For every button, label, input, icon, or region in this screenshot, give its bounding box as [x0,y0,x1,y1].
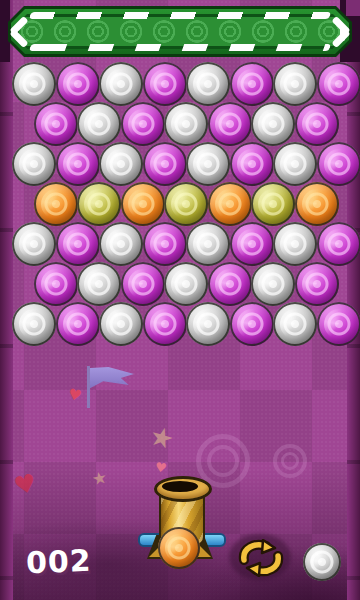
bubble-silver [12,142,56,186]
bubble-orange [34,182,78,226]
bubble-magenta [317,62,360,106]
cannon[interactable] [120,470,240,580]
game-stage: ♥ ♥ ♥ ★ ★ 002 [0,0,360,600]
bubble-silver [186,142,230,186]
bubble-magenta [143,142,187,186]
bubble-magenta [295,102,339,146]
bubble-magenta [56,142,100,186]
swap-arrows-icon [236,539,286,577]
bubble-silver [12,62,56,106]
bubble-magenta [230,62,274,106]
bubble-magenta [34,262,78,306]
bubble-silver [186,222,230,266]
bubble-orange [121,182,165,226]
bubble-silver [186,302,230,346]
bubble-magenta [230,142,274,186]
bubble-magenta [208,262,252,306]
bubble-silver [12,222,56,266]
bubble-magenta [56,62,100,106]
bubble-magenta [56,302,100,346]
bubble-magenta [56,222,100,266]
bubble-silver [99,142,143,186]
bubble-magenta [317,302,360,346]
loaded-bubble[interactable] [158,527,200,569]
bubble-magenta [208,102,252,146]
bubble-silver [164,262,208,306]
bubble-magenta [230,302,274,346]
bubble-silver [273,142,317,186]
bubble-silver [77,102,121,146]
bubble-magenta [230,222,274,266]
bubble-magenta [143,62,187,106]
bubble-orange [208,182,252,226]
bubble-magenta [317,142,360,186]
score: 002 [25,543,92,580]
bubble-magenta [317,222,360,266]
next-bubble[interactable] [303,543,341,581]
bubble-magenta [295,262,339,306]
bubble-silver [273,302,317,346]
bubble-magenta [34,102,78,146]
bubble-silver [273,62,317,106]
bubble-yellow-olive [77,182,121,226]
bubble-silver [12,302,56,346]
bubble-silver [77,262,121,306]
bubble-silver [99,62,143,106]
bubble-silver [251,262,295,306]
bubble-yellow-olive [251,182,295,226]
bubble-silver [186,62,230,106]
bubble-yellow-olive [164,182,208,226]
bubble-magenta [121,102,165,146]
bubble-magenta [143,222,187,266]
bubble-silver [164,102,208,146]
bubble-silver [99,302,143,346]
bubble-silver [99,222,143,266]
cannon-muzzle-hole [162,481,198,492]
bubble-magenta [121,262,165,306]
swap-button[interactable] [233,537,289,579]
bubble-orange [295,182,339,226]
bubble-magenta [143,302,187,346]
bubble-silver [273,222,317,266]
bubble-silver [251,102,295,146]
